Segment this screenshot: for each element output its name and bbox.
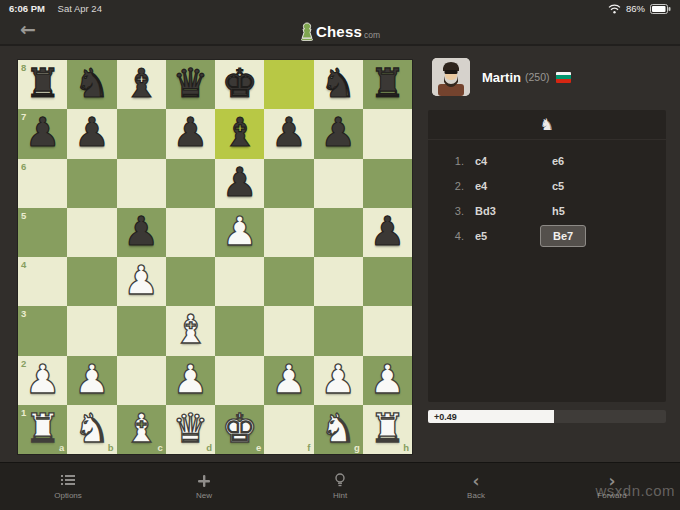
chesscom-logo: Chess com	[0, 19, 680, 43]
piece-white-r-a1[interactable]: ♜	[25, 408, 61, 448]
square-h5[interactable]: ♟	[363, 208, 412, 257]
knight-icon: ♞	[540, 115, 554, 134]
square-c8[interactable]: ♝	[117, 60, 166, 109]
square-b8[interactable]: ♞	[67, 60, 116, 109]
square-h4[interactable]	[363, 257, 412, 306]
evaluation-score: +0.49	[428, 412, 457, 422]
piece-black-r-a8[interactable]: ♜	[25, 63, 61, 103]
square-g4[interactable]	[314, 257, 363, 306]
square-h1[interactable]: h♜	[363, 405, 412, 454]
square-e3[interactable]	[215, 306, 264, 355]
logo-pawn-icon	[300, 22, 314, 41]
square-a3[interactable]: 3	[18, 306, 67, 355]
logo-text: Chess	[316, 23, 362, 40]
square-c5[interactable]: ♟	[117, 208, 166, 257]
piece-white-k-e1[interactable]: ♚	[222, 408, 258, 448]
piece-white-r-h1[interactable]: ♜	[369, 408, 405, 448]
piece-black-n-g8[interactable]: ♞	[320, 63, 356, 103]
square-e8[interactable]: ♚	[215, 60, 264, 109]
piece-black-p-b7[interactable]: ♟	[74, 112, 110, 152]
square-e4[interactable]	[215, 257, 264, 306]
piece-white-q-d1[interactable]: ♛	[172, 408, 208, 448]
status-bar: 6:06 PM Sat Apr 24 86%	[0, 0, 680, 17]
square-g2[interactable]: ♟	[314, 356, 363, 405]
square-e2[interactable]	[215, 356, 264, 405]
square-a6[interactable]: 6	[18, 159, 67, 208]
square-b7[interactable]: ♟	[67, 109, 116, 158]
options-label: Options	[54, 491, 82, 500]
battery-percent: 86%	[626, 3, 645, 14]
move-number: 1.	[446, 155, 464, 167]
square-f6[interactable]	[264, 159, 313, 208]
rank-label-6: 6	[21, 161, 26, 172]
square-f3[interactable]	[264, 306, 313, 355]
file-label-f: f	[307, 442, 310, 453]
square-b5[interactable]	[67, 208, 116, 257]
file-label-c: c	[157, 442, 162, 453]
rank-label-2: 2	[21, 358, 26, 369]
square-g7[interactable]: ♟	[314, 109, 363, 158]
piece-white-p-e5[interactable]: ♟	[222, 211, 258, 251]
square-f4[interactable]	[264, 257, 313, 306]
square-h8[interactable]: ♜	[363, 60, 412, 109]
clock-time: 6:06 PM	[9, 3, 45, 14]
piece-black-b-e7[interactable]: ♝	[222, 112, 258, 152]
square-d1[interactable]: d♛	[166, 405, 215, 454]
square-c1[interactable]: c♝	[117, 405, 166, 454]
piece-black-p-f7[interactable]: ♟	[271, 112, 307, 152]
move-number: 2.	[446, 180, 464, 192]
opponent-rating: (250)	[525, 71, 550, 83]
plus-icon	[197, 474, 211, 488]
evaluation-white-fill: +0.49	[428, 410, 554, 423]
piece-white-p-h2[interactable]: ♟	[369, 359, 405, 399]
square-h7[interactable]	[363, 109, 412, 158]
white-move[interactable]: e4	[475, 180, 487, 192]
rank-label-7: 7	[21, 111, 26, 122]
white-move[interactable]: c4	[475, 155, 487, 167]
square-g5[interactable]	[314, 208, 363, 257]
piece-black-p-c5[interactable]: ♟	[123, 211, 159, 251]
black-move[interactable]: e6	[552, 155, 564, 167]
square-f2[interactable]: ♟	[264, 356, 313, 405]
square-h2[interactable]: ♟	[363, 356, 412, 405]
square-e6[interactable]: ♟	[215, 159, 264, 208]
square-b2[interactable]: ♟	[67, 356, 116, 405]
rank-label-3: 3	[21, 308, 26, 319]
square-a4[interactable]: 4	[18, 257, 67, 306]
logo-suffix: com	[364, 30, 380, 43]
piece-white-p-a2[interactable]: ♟	[25, 359, 61, 399]
piece-white-p-f2[interactable]: ♟	[271, 359, 307, 399]
file-label-d: d	[206, 442, 212, 453]
moves-panel: ♞ 1.c4e62.e4c53.Bd3h54.e5Be7	[428, 110, 666, 402]
move-row: 1.c4e6	[428, 150, 666, 175]
back-move-button[interactable]: ‹ Back	[408, 463, 544, 510]
square-f8[interactable]	[264, 60, 313, 109]
file-label-e: e	[256, 442, 261, 453]
piece-white-p-d2[interactable]: ♟	[172, 359, 208, 399]
square-c7[interactable]	[117, 109, 166, 158]
square-d7[interactable]: ♟	[166, 109, 215, 158]
square-b3[interactable]	[67, 306, 116, 355]
square-g3[interactable]	[314, 306, 363, 355]
new-game-button[interactable]: New	[136, 463, 272, 510]
square-h6[interactable]	[363, 159, 412, 208]
square-d3[interactable]: ♝	[166, 306, 215, 355]
square-f1[interactable]: f	[264, 405, 313, 454]
piece-black-b-c8[interactable]: ♝	[123, 63, 159, 103]
square-d4[interactable]	[166, 257, 215, 306]
piece-white-p-b2[interactable]: ♟	[74, 359, 110, 399]
square-b1[interactable]: b♞	[67, 405, 116, 454]
square-g1[interactable]: g♞	[314, 405, 363, 454]
moves-panel-header: ♞	[428, 110, 666, 140]
square-c2[interactable]	[117, 356, 166, 405]
file-label-g: g	[354, 442, 360, 453]
options-button[interactable]: Options	[0, 463, 136, 510]
evaluation-bar: +0.49	[428, 410, 666, 423]
opponent-avatar[interactable]	[432, 58, 470, 96]
piece-black-p-e6[interactable]: ♟	[222, 162, 258, 202]
square-e5[interactable]: ♟	[215, 208, 264, 257]
square-b4[interactable]	[67, 257, 116, 306]
bottom-toolbar: Options New Hint ‹ Back › Forward	[0, 462, 680, 510]
square-a2[interactable]: 2♟	[18, 356, 67, 405]
rank-label-4: 4	[21, 259, 26, 270]
square-g8[interactable]: ♞	[314, 60, 363, 109]
back-label: Back	[467, 491, 485, 500]
square-f5[interactable]	[264, 208, 313, 257]
chess-board[interactable]: 8♜♞♝♛♚♞♜7♟♟♟♝♟♟6♟5♟♟♟4♟3♝2♟♟♟♟♟♟1a♜b♞c♝d…	[18, 60, 412, 454]
file-label-a: a	[59, 442, 64, 453]
piece-white-n-b1[interactable]: ♞	[74, 408, 110, 448]
opponent-name: Martin	[482, 70, 521, 85]
move-number: 4.	[446, 230, 464, 242]
move-number: 3.	[446, 205, 464, 217]
piece-white-b-d3[interactable]: ♝	[172, 309, 208, 349]
wifi-icon	[608, 4, 621, 14]
white-move[interactable]: Bd3	[475, 205, 496, 217]
piece-black-p-a7[interactable]: ♟	[25, 112, 61, 152]
hint-button[interactable]: Hint	[272, 463, 408, 510]
piece-black-p-h5[interactable]: ♟	[369, 211, 405, 251]
avatar-image	[432, 58, 470, 96]
square-d2[interactable]: ♟	[166, 356, 215, 405]
battery-icon	[650, 4, 671, 14]
piece-white-b-c1[interactable]: ♝	[123, 408, 159, 448]
watermark: wsxdn.com	[595, 482, 675, 499]
status-left: 6:06 PM Sat Apr 24	[9, 3, 112, 14]
piece-black-r-h8[interactable]: ♜	[369, 63, 405, 103]
square-b6[interactable]	[67, 159, 116, 208]
piece-black-k-e8[interactable]: ♚	[222, 63, 258, 103]
piece-white-n-g1[interactable]: ♞	[320, 408, 356, 448]
square-e7[interactable]: ♝	[215, 109, 264, 158]
square-d5[interactable]	[166, 208, 215, 257]
app-header: ← Chess com	[0, 17, 680, 46]
square-h3[interactable]	[363, 306, 412, 355]
move-row: 3.Bd3h5	[428, 200, 666, 225]
square-f7[interactable]: ♟	[264, 109, 313, 158]
piece-white-p-g2[interactable]: ♟	[320, 359, 356, 399]
square-d6[interactable]	[166, 159, 215, 208]
piece-black-q-d8[interactable]: ♛	[172, 63, 208, 103]
lightbulb-icon	[334, 473, 346, 488]
square-a7[interactable]: 7♟	[18, 109, 67, 158]
move-list: 1.c4e62.e4c53.Bd3h54.e5Be7	[428, 140, 666, 250]
file-label-h: h	[403, 442, 409, 453]
file-label-b: b	[108, 442, 114, 453]
square-g6[interactable]	[314, 159, 363, 208]
move-row: 4.e5Be7	[428, 225, 666, 250]
move-row: 2.e4c5	[428, 175, 666, 200]
square-c3[interactable]	[117, 306, 166, 355]
rank-label-5: 5	[21, 210, 26, 221]
chevron-left-icon: ‹	[472, 474, 479, 488]
piece-black-p-d7[interactable]: ♟	[172, 112, 208, 152]
black-move[interactable]: c5	[552, 180, 564, 192]
black-move[interactable]: h5	[552, 205, 565, 217]
square-c6[interactable]	[117, 159, 166, 208]
status-right: 86%	[608, 3, 671, 14]
piece-black-n-b8[interactable]: ♞	[74, 63, 110, 103]
current-move[interactable]: Be7	[540, 225, 586, 247]
opponent-row: Martin (250)	[432, 58, 571, 96]
square-a1[interactable]: 1a♜	[18, 405, 67, 454]
square-a5[interactable]: 5	[18, 208, 67, 257]
square-c4[interactable]: ♟	[117, 257, 166, 306]
square-d8[interactable]: ♛	[166, 60, 215, 109]
square-a8[interactable]: 8♜	[18, 60, 67, 109]
new-label: New	[196, 491, 212, 500]
options-list-icon	[60, 474, 76, 488]
rank-label-8: 8	[21, 62, 26, 73]
clock-date: Sat Apr 24	[58, 3, 102, 14]
bulgaria-flag-icon	[556, 72, 571, 83]
white-move[interactable]: e5	[475, 230, 487, 242]
piece-black-p-g7[interactable]: ♟	[320, 112, 356, 152]
hint-label: Hint	[333, 491, 347, 500]
square-e1[interactable]: e♚	[215, 405, 264, 454]
rank-label-1: 1	[21, 407, 26, 418]
piece-white-p-c4[interactable]: ♟	[123, 260, 159, 300]
